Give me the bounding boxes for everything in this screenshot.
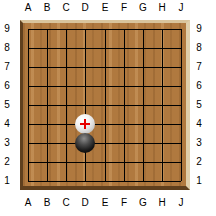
- go-board-diagram: ABCDEFGHJ 987654321 987654321 ABCDEFGHJ: [0, 0, 216, 216]
- coordinate-label: 4: [196, 119, 202, 129]
- coordinate-label: 1: [196, 176, 202, 186]
- coordinate-label: H: [158, 3, 165, 13]
- coordinate-label: D: [81, 198, 88, 208]
- coordinate-label: G: [139, 3, 147, 13]
- coordinate-label: 8: [196, 43, 202, 53]
- grid-line-vertical: [162, 29, 163, 181]
- last-move-marker: [80, 119, 90, 129]
- coordinate-label: B: [44, 3, 51, 13]
- coordinate-label: 2: [196, 157, 202, 167]
- coordinate-label: 6: [4, 81, 10, 91]
- coordinate-label: F: [121, 198, 127, 208]
- coordinate-label: E: [102, 3, 109, 13]
- board-grid: [28, 29, 181, 181]
- coordinate-label: 9: [196, 24, 202, 34]
- grid-line-vertical: [143, 29, 144, 181]
- grid-line-horizontal: [28, 143, 181, 144]
- coordinate-label: 1: [4, 176, 10, 186]
- grid-line-vertical: [124, 29, 125, 181]
- coordinate-label: D: [81, 3, 88, 13]
- coordinate-label: J: [179, 3, 184, 13]
- go-board[interactable]: [20, 20, 190, 190]
- coordinate-label: 7: [196, 62, 202, 72]
- coordinate-label: F: [121, 3, 127, 13]
- coordinate-label: 9: [4, 24, 10, 34]
- coordinate-label: 5: [4, 100, 10, 110]
- black-stone: [75, 133, 95, 153]
- coordinate-label: E: [102, 198, 109, 208]
- coordinate-label: 5: [196, 100, 202, 110]
- coordinate-label: C: [62, 198, 69, 208]
- coordinate-label: 4: [4, 119, 10, 129]
- coordinate-label: H: [158, 198, 165, 208]
- coordinate-label: G: [139, 198, 147, 208]
- coordinate-label: 7: [4, 62, 10, 72]
- grid-line-vertical: [181, 29, 182, 181]
- coordinate-label: 6: [196, 81, 202, 91]
- coordinate-label: A: [25, 3, 32, 13]
- coordinate-label: 3: [4, 138, 10, 148]
- grid-line-horizontal: [28, 105, 181, 106]
- grid-line-horizontal: [28, 124, 181, 125]
- grid-line-horizontal: [28, 162, 181, 163]
- coordinate-label: C: [62, 3, 69, 13]
- coordinate-label: B: [44, 198, 51, 208]
- coordinate-label: A: [25, 198, 32, 208]
- coordinate-label: 8: [4, 43, 10, 53]
- coordinate-label: 3: [196, 138, 202, 148]
- coordinate-label: J: [179, 198, 184, 208]
- coordinate-label: 2: [4, 157, 10, 167]
- grid-line-horizontal: [28, 181, 181, 182]
- white-stone: [75, 114, 95, 134]
